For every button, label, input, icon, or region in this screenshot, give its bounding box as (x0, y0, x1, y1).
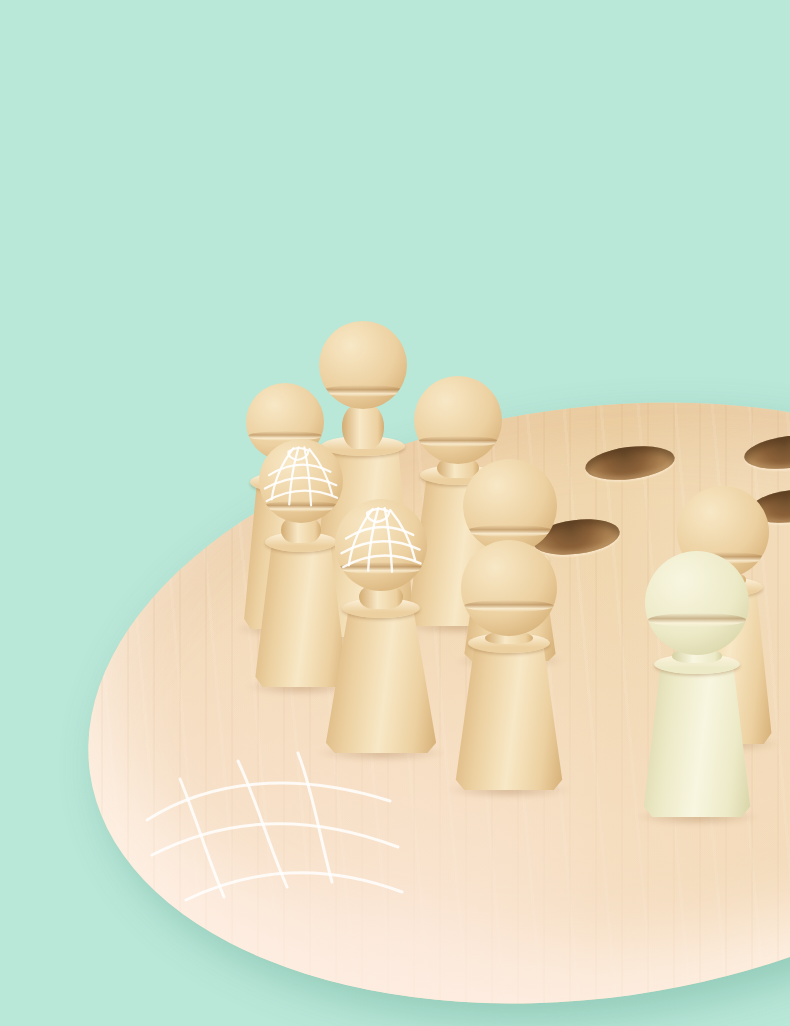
peg-body (323, 607, 439, 753)
peg-head-groove (322, 385, 405, 396)
peg-head-groove (417, 436, 500, 447)
peg-globe-center[interactable] (320, 499, 442, 757)
peg-body (453, 642, 565, 790)
peg-head-groove (466, 525, 554, 537)
peg-head (414, 376, 502, 464)
peg-head (463, 459, 557, 553)
peg-head (461, 540, 557, 636)
globe-wireframe-overlay-icon (335, 499, 427, 591)
peg-front-right-pale[interactable] (640, 551, 776, 819)
peg-head (319, 321, 407, 409)
peg-body (641, 663, 753, 817)
memory-chess-photo-scene (0, 0, 790, 1026)
peg-head-groove (648, 613, 746, 627)
peg-head-groove (464, 600, 554, 612)
peg-head (335, 499, 427, 591)
peg-front-center[interactable] (451, 540, 569, 792)
peg-head (645, 551, 749, 655)
